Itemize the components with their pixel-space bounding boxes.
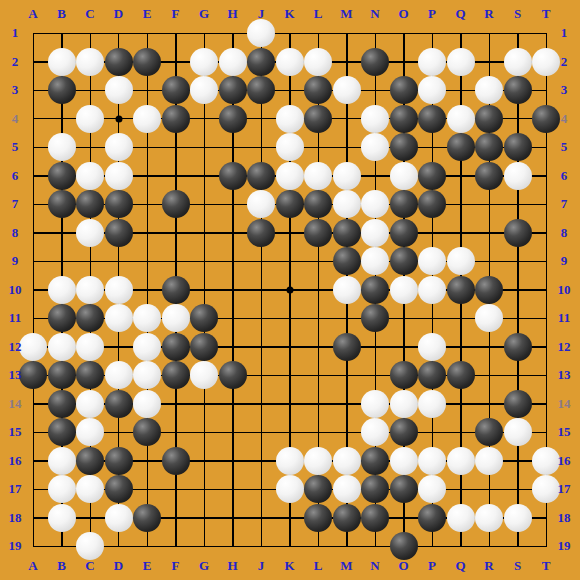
row-label-left-2: 2 [12,54,19,70]
black-stone-L7 [304,190,332,218]
black-stone-C11 [76,304,104,332]
black-stone-D16 [105,447,133,475]
white-stone-C6 [76,162,104,190]
row-label-right-19: 19 [558,538,571,554]
white-stone-P10 [418,276,446,304]
black-stone-B13 [48,361,76,389]
col-label-bottom-D: D [114,558,123,574]
black-stone-N18 [361,504,389,532]
white-stone-M16 [333,447,361,475]
white-stone-B16 [48,447,76,475]
col-label-top-L: L [314,6,323,22]
white-stone-T2 [532,48,560,76]
black-stone-B3 [48,76,76,104]
row-label-right-15: 15 [558,424,571,440]
black-stone-H13 [219,361,247,389]
black-stone-F12 [162,333,190,361]
black-stone-M9 [333,247,361,275]
black-stone-B11 [48,304,76,332]
white-stone-G13 [190,361,218,389]
row-label-right-3: 3 [561,82,568,98]
black-stone-T4 [532,105,560,133]
white-stone-M10 [333,276,361,304]
col-label-top-A: A [28,6,37,22]
col-label-bottom-M: M [340,558,352,574]
col-label-bottom-N: N [370,558,379,574]
black-stone-O7 [390,190,418,218]
black-stone-R6 [475,162,503,190]
black-stone-E2 [133,48,161,76]
white-stone-K2 [276,48,304,76]
black-stone-S5 [504,133,532,161]
col-label-bottom-Q: Q [455,558,465,574]
row-label-left-8: 8 [12,225,19,241]
black-stone-G12 [190,333,218,361]
white-stone-C19 [76,532,104,560]
white-stone-B18 [48,504,76,532]
black-stone-R15 [475,418,503,446]
row-label-right-14: 14 [558,396,571,412]
col-label-top-O: O [398,6,408,22]
black-stone-A13 [19,361,47,389]
row-label-right-10: 10 [558,282,571,298]
row-label-left-19: 19 [9,538,22,554]
black-stone-B6 [48,162,76,190]
white-stone-D5 [105,133,133,161]
white-stone-B12 [48,333,76,361]
white-stone-G2 [190,48,218,76]
col-label-bottom-O: O [398,558,408,574]
row-label-right-6: 6 [561,168,568,184]
white-stone-O6 [390,162,418,190]
white-stone-R18 [475,504,503,532]
col-label-top-P: P [428,6,436,22]
col-label-bottom-L: L [314,558,323,574]
white-stone-B17 [48,475,76,503]
row-label-right-13: 13 [558,367,571,383]
black-stone-N11 [361,304,389,332]
black-stone-M8 [333,219,361,247]
black-stone-K7 [276,190,304,218]
white-stone-M17 [333,475,361,503]
black-stone-E15 [133,418,161,446]
white-stone-M3 [333,76,361,104]
white-stone-Q9 [447,247,475,275]
white-stone-R11 [475,304,503,332]
white-stone-C4 [76,105,104,133]
row-label-right-8: 8 [561,225,568,241]
black-stone-P6 [418,162,446,190]
row-label-left-3: 3 [12,82,19,98]
black-stone-P7 [418,190,446,218]
row-label-right-2: 2 [561,54,568,70]
black-stone-L4 [304,105,332,133]
white-stone-T17 [532,475,560,503]
white-stone-H2 [219,48,247,76]
black-stone-F4 [162,105,190,133]
go-board[interactable]: AABBCCDDEEFFGGHHJJKKLLMMNNOOPPQQRRSSTT11… [0,0,580,580]
white-stone-L2 [304,48,332,76]
row-label-right-5: 5 [561,139,568,155]
white-stone-C14 [76,390,104,418]
black-stone-D7 [105,190,133,218]
black-stone-O3 [390,76,418,104]
col-label-bottom-S: S [514,558,521,574]
row-label-right-12: 12 [558,339,571,355]
col-label-top-R: R [484,6,493,22]
black-stone-J8 [247,219,275,247]
white-stone-K16 [276,447,304,475]
col-label-top-D: D [114,6,123,22]
white-stone-Q4 [447,105,475,133]
col-label-top-M: M [340,6,352,22]
white-stone-P3 [418,76,446,104]
row-label-left-13: 13 [9,367,22,383]
black-stone-R5 [475,133,503,161]
row-label-left-7: 7 [12,196,19,212]
col-label-top-E: E [143,6,152,22]
row-label-left-4: 4 [12,111,19,127]
black-stone-H4 [219,105,247,133]
black-stone-F10 [162,276,190,304]
row-label-right-1: 1 [561,25,568,41]
white-stone-D3 [105,76,133,104]
black-stone-H3 [219,76,247,104]
row-label-left-6: 6 [12,168,19,184]
white-stone-P12 [418,333,446,361]
col-label-top-C: C [85,6,94,22]
col-label-bottom-F: F [172,558,180,574]
white-stone-N14 [361,390,389,418]
black-stone-N10 [361,276,389,304]
black-stone-F13 [162,361,190,389]
white-stone-D18 [105,504,133,532]
col-label-bottom-A: A [28,558,37,574]
black-stone-L8 [304,219,332,247]
black-stone-D8 [105,219,133,247]
white-stone-S6 [504,162,532,190]
white-stone-P17 [418,475,446,503]
white-stone-C10 [76,276,104,304]
row-label-right-4: 4 [561,111,568,127]
col-label-top-H: H [227,6,237,22]
black-stone-P13 [418,361,446,389]
white-stone-Q16 [447,447,475,475]
white-stone-C8 [76,219,104,247]
white-stone-S18 [504,504,532,532]
row-label-left-11: 11 [9,310,21,326]
black-stone-E18 [133,504,161,532]
white-stone-E11 [133,304,161,332]
white-stone-P14 [418,390,446,418]
black-stone-C13 [76,361,104,389]
black-stone-S3 [504,76,532,104]
white-stone-K6 [276,162,304,190]
black-stone-F16 [162,447,190,475]
col-label-bottom-R: R [484,558,493,574]
black-stone-D2 [105,48,133,76]
white-stone-N4 [361,105,389,133]
black-stone-S12 [504,333,532,361]
star-point-D4 [115,115,122,122]
black-stone-N2 [361,48,389,76]
white-stone-J7 [247,190,275,218]
row-label-left-1: 1 [12,25,19,41]
col-label-bottom-K: K [284,558,294,574]
black-stone-L3 [304,76,332,104]
black-stone-O13 [390,361,418,389]
white-stone-Q18 [447,504,475,532]
row-label-left-15: 15 [9,424,22,440]
white-stone-G3 [190,76,218,104]
white-stone-B10 [48,276,76,304]
white-stone-C17 [76,475,104,503]
black-stone-J3 [247,76,275,104]
black-stone-F3 [162,76,190,104]
col-label-bottom-G: G [199,558,209,574]
black-stone-O9 [390,247,418,275]
black-stone-L18 [304,504,332,532]
col-label-bottom-B: B [57,558,66,574]
black-stone-J6 [247,162,275,190]
black-stone-N16 [361,447,389,475]
row-label-left-10: 10 [9,282,22,298]
white-stone-J1 [247,19,275,47]
black-stone-R4 [475,105,503,133]
white-stone-P9 [418,247,446,275]
col-label-bottom-E: E [143,558,152,574]
col-label-top-F: F [172,6,180,22]
row-label-left-9: 9 [12,253,19,269]
white-stone-L16 [304,447,332,475]
row-label-right-9: 9 [561,253,568,269]
black-stone-S8 [504,219,532,247]
row-label-left-18: 18 [9,510,22,526]
col-label-bottom-P: P [428,558,436,574]
black-stone-D17 [105,475,133,503]
white-stone-T16 [532,447,560,475]
white-stone-C15 [76,418,104,446]
black-stone-C16 [76,447,104,475]
row-label-left-5: 5 [12,139,19,155]
row-label-right-17: 17 [558,481,571,497]
black-stone-N17 [361,475,389,503]
black-stone-Q5 [447,133,475,161]
white-stone-M6 [333,162,361,190]
black-stone-S14 [504,390,532,418]
col-label-top-K: K [284,6,294,22]
black-stone-J2 [247,48,275,76]
white-stone-D13 [105,361,133,389]
black-stone-O19 [390,532,418,560]
white-stone-Q2 [447,48,475,76]
black-stone-Q13 [447,361,475,389]
white-stone-E12 [133,333,161,361]
col-label-top-B: B [57,6,66,22]
white-stone-S2 [504,48,532,76]
black-stone-G11 [190,304,218,332]
row-label-left-17: 17 [9,481,22,497]
white-stone-D6 [105,162,133,190]
black-stone-M12 [333,333,361,361]
black-stone-P18 [418,504,446,532]
white-stone-S15 [504,418,532,446]
white-stone-K5 [276,133,304,161]
black-stone-F7 [162,190,190,218]
white-stone-B2 [48,48,76,76]
row-label-right-7: 7 [561,196,568,212]
white-stone-N8 [361,219,389,247]
col-label-bottom-C: C [85,558,94,574]
col-label-bottom-T: T [542,558,551,574]
white-stone-E13 [133,361,161,389]
row-label-right-11: 11 [558,310,570,326]
row-label-left-16: 16 [9,453,22,469]
row-label-right-16: 16 [558,453,571,469]
white-stone-N9 [361,247,389,275]
col-label-top-G: G [199,6,209,22]
black-stone-B7 [48,190,76,218]
white-stone-O10 [390,276,418,304]
black-stone-O15 [390,418,418,446]
white-stone-E4 [133,105,161,133]
white-stone-P16 [418,447,446,475]
row-label-left-14: 14 [9,396,22,412]
white-stone-D10 [105,276,133,304]
black-stone-O8 [390,219,418,247]
black-stone-B15 [48,418,76,446]
black-stone-O5 [390,133,418,161]
white-stone-E14 [133,390,161,418]
white-stone-P2 [418,48,446,76]
black-stone-P4 [418,105,446,133]
white-stone-N7 [361,190,389,218]
white-stone-D11 [105,304,133,332]
white-stone-R16 [475,447,503,475]
black-stone-Q10 [447,276,475,304]
white-stone-R3 [475,76,503,104]
col-label-top-N: N [370,6,379,22]
col-label-top-J: J [258,6,265,22]
col-label-bottom-J: J [258,558,265,574]
white-stone-L6 [304,162,332,190]
white-stone-A12 [19,333,47,361]
white-stone-N15 [361,418,389,446]
col-label-top-Q: Q [455,6,465,22]
col-label-top-T: T [542,6,551,22]
black-stone-C7 [76,190,104,218]
black-stone-D14 [105,390,133,418]
star-point-K10 [286,286,293,293]
row-label-left-12: 12 [9,339,22,355]
white-stone-N5 [361,133,389,161]
col-label-top-S: S [514,6,521,22]
white-stone-C2 [76,48,104,76]
white-stone-B5 [48,133,76,161]
black-stone-H6 [219,162,247,190]
col-label-bottom-H: H [227,558,237,574]
white-stone-C12 [76,333,104,361]
black-stone-O4 [390,105,418,133]
white-stone-O16 [390,447,418,475]
black-stone-B14 [48,390,76,418]
white-stone-M7 [333,190,361,218]
white-stone-F11 [162,304,190,332]
white-stone-K17 [276,475,304,503]
black-stone-M18 [333,504,361,532]
black-stone-L17 [304,475,332,503]
row-label-right-18: 18 [558,510,571,526]
black-stone-O17 [390,475,418,503]
white-stone-O14 [390,390,418,418]
black-stone-R10 [475,276,503,304]
white-stone-K4 [276,105,304,133]
